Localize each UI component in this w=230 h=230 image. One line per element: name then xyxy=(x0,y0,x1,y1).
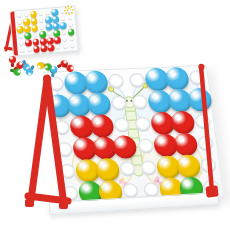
inset-photo xyxy=(1,3,81,73)
yellow-peg[interactable] xyxy=(17,26,24,33)
main-pegboard xyxy=(43,65,224,206)
peg-hole xyxy=(20,48,25,53)
peg-hole xyxy=(17,20,22,25)
red-peg[interactable] xyxy=(25,39,32,46)
peg-hole xyxy=(38,11,43,16)
peg-hole xyxy=(70,44,75,49)
peg-hole xyxy=(60,16,65,21)
peg-hole xyxy=(39,25,44,30)
peg-hole xyxy=(56,45,61,50)
product-photo xyxy=(0,0,230,230)
blue-peg[interactable] xyxy=(60,22,67,29)
peg-hole xyxy=(69,37,74,42)
peg-hole xyxy=(45,11,50,16)
easel-left-leg xyxy=(31,80,47,200)
blue-peg[interactable] xyxy=(45,23,52,30)
yellow-peg[interactable] xyxy=(31,25,38,32)
peg-hole xyxy=(19,41,24,46)
peg-hole xyxy=(33,33,38,38)
peg-hole xyxy=(62,30,67,35)
peg-hole xyxy=(62,37,67,42)
peg-hole xyxy=(27,47,32,52)
peg-hole xyxy=(17,13,22,18)
red-peg[interactable] xyxy=(47,44,54,51)
peg-hole xyxy=(67,16,72,21)
red-peg[interactable] xyxy=(40,45,47,52)
red-peg[interactable] xyxy=(54,37,61,44)
peg-hole xyxy=(24,12,29,17)
peg-head xyxy=(9,56,16,63)
inset-board xyxy=(9,5,79,57)
peg-hole xyxy=(39,18,44,23)
peg-hole xyxy=(60,9,65,14)
peg-hole xyxy=(68,23,73,28)
peg-hole xyxy=(47,32,52,37)
red-peg[interactable] xyxy=(33,46,40,53)
peg-stem xyxy=(51,72,55,76)
green-peg[interactable] xyxy=(68,28,75,35)
easel-foot-left xyxy=(25,199,34,207)
peg-hole xyxy=(63,44,68,49)
peg-hole xyxy=(18,34,23,39)
